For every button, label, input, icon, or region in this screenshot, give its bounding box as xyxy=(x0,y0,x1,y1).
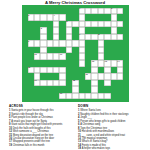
clue-number: 15 xyxy=(28,66,30,69)
clue-item-number: 18 xyxy=(78,147,81,150)
puzzle-page: A Merry Christmas Crossword 123456789101… xyxy=(0,0,150,150)
clue-number: 4 xyxy=(53,14,54,17)
clue-number: 16 xyxy=(85,73,87,76)
across-clues-panel: ACROSS 1Santa gets in your house through… xyxy=(9,105,71,147)
clue-number: 8 xyxy=(98,33,99,36)
clue-number: 10 xyxy=(34,53,36,56)
clue-number: 14 xyxy=(117,60,119,63)
clue-number: 12 xyxy=(92,60,94,63)
clue-number: 17 xyxy=(34,79,36,82)
clue-item-number: 17 xyxy=(9,140,12,143)
clue-number: 18 xyxy=(73,79,75,82)
clue-number: 13 xyxy=(105,60,107,63)
clue-number: 11 xyxy=(60,53,62,56)
clue-item: 18A helper who makes toys xyxy=(78,147,144,150)
blocked-cell xyxy=(117,93,123,100)
clue-number: 7 xyxy=(79,33,80,36)
clue-item: 19Christmas falls in this month xyxy=(9,144,71,147)
clue-number: 9 xyxy=(28,40,29,43)
clue-item-number: 19 xyxy=(9,144,12,147)
clue-item-number: 13 xyxy=(78,140,81,143)
across-clues-list: 1Santa gets in your house through this3S… xyxy=(9,109,71,146)
clue-item-text: Christmas falls in this month xyxy=(13,144,45,147)
clue-item-number: 10 xyxy=(78,130,81,133)
clue-number: 1 xyxy=(79,7,80,10)
clue-number: 3 xyxy=(28,14,29,17)
crossword-grid: 12345678910111213141516171819 xyxy=(28,8,124,100)
clue-number: 6 xyxy=(41,27,42,30)
clue-number: 5 xyxy=(66,20,67,23)
clue-number: 19 xyxy=(60,92,62,95)
down-clues-panel: DOWN 1Where Santa lives2Naughty children… xyxy=(78,105,144,150)
down-clues-list: 1Where Santa lives2Naughty children find… xyxy=(78,109,144,150)
clue-item-text: A helper who makes toys xyxy=(82,147,110,150)
crossword-board: 12345678910111213141516171819 xyxy=(22,5,129,102)
clue-number: 2 xyxy=(111,7,112,10)
clue-item-number: 12 xyxy=(9,130,12,133)
